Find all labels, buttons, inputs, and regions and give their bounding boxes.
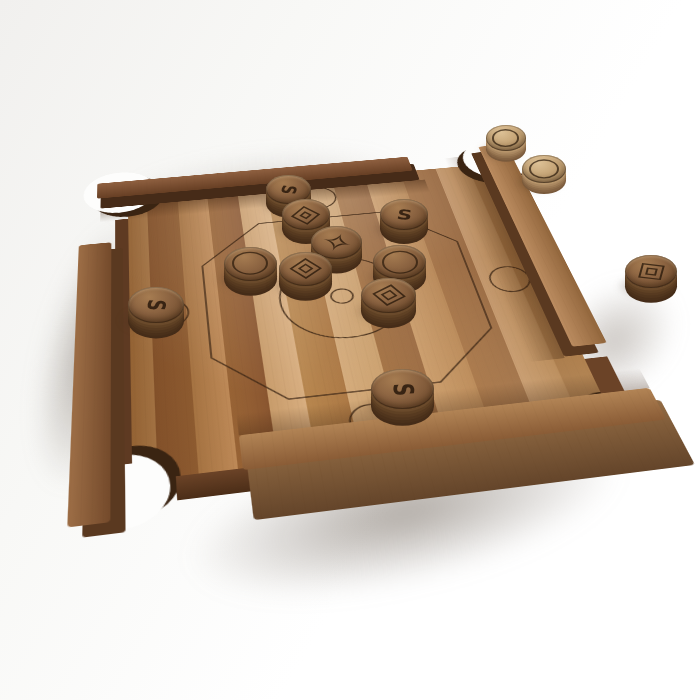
double-square-engraving	[372, 285, 406, 307]
piece-top-face	[361, 278, 416, 313]
piece-engraving: S	[128, 287, 183, 322]
double-square-inner	[298, 264, 313, 274]
photo-stage: S	[0, 0, 700, 700]
ring-engraving	[492, 129, 519, 147]
piece-top-face	[373, 245, 426, 279]
piece-engraving	[279, 252, 332, 286]
striker-s-engraving: S	[388, 382, 417, 396]
piece-top-face	[486, 125, 526, 151]
piece-striker-bottom[interactable]: S	[371, 369, 434, 409]
piece-striker-left[interactable]: S	[128, 287, 183, 322]
piece-engraving: S	[371, 369, 434, 409]
piece-engraving	[486, 125, 526, 151]
rail-left	[67, 241, 126, 539]
striker-s-engraving: S	[395, 208, 413, 223]
piece-team-square-2[interactable]	[279, 252, 332, 286]
piece-top-face	[522, 155, 566, 183]
piece-engraving	[625, 255, 676, 288]
piece-engraving	[522, 155, 566, 183]
double-square-inner	[645, 267, 657, 275]
ring-engraving	[232, 252, 268, 275]
double-square-inner	[381, 290, 397, 300]
piece-top-face: S	[128, 287, 183, 322]
piece-team-square-3[interactable]	[361, 278, 416, 313]
board-svg	[42, 128, 700, 561]
piece-top-face	[279, 252, 332, 286]
piece-team-square-4[interactable]	[625, 255, 676, 288]
piece-striker-right[interactable]: S	[380, 199, 428, 230]
piece-team-ring-4[interactable]	[522, 155, 566, 183]
piece-top-face: S	[371, 369, 434, 409]
double-square-engraving	[291, 205, 321, 224]
double-square-engraving	[289, 258, 322, 279]
piece-engraving	[373, 245, 426, 279]
piece-team-ring-3[interactable]	[486, 125, 526, 151]
striker-s-engraving: S	[278, 184, 300, 195]
ring-engraving	[529, 159, 559, 178]
striker-s-engraving: S	[143, 299, 169, 312]
piece-team-ring-2[interactable]	[373, 245, 426, 279]
double-square-inner	[299, 210, 313, 219]
double-square-engraving	[638, 263, 664, 280]
piece-engraving	[361, 278, 416, 313]
piece-top-face	[625, 255, 676, 288]
ring-engraving	[382, 251, 418, 274]
